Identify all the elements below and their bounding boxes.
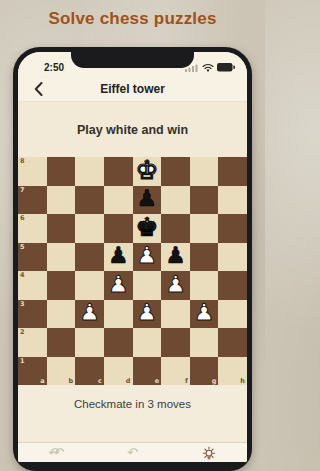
square-a4[interactable]: 4: [18, 271, 47, 300]
square-e6[interactable]: ♚: [133, 214, 162, 243]
hint-bulb-icon: [201, 445, 217, 461]
file-label-a: a: [40, 378, 44, 385]
square-f1[interactable]: f: [161, 357, 190, 386]
square-h4[interactable]: [218, 271, 247, 300]
rank-label-2: 2: [20, 329, 25, 336]
square-g8[interactable]: [190, 157, 219, 186]
square-e3[interactable]: ♟: [133, 300, 162, 329]
square-h6[interactable]: [218, 214, 247, 243]
square-h5[interactable]: [218, 243, 247, 272]
rank-label-8: 8: [20, 158, 25, 165]
back-button[interactable]: [30, 81, 46, 97]
rank-label-6: 6: [20, 215, 25, 222]
square-b3[interactable]: [47, 300, 76, 329]
instruction-area: Play white and win: [18, 102, 247, 157]
square-e2[interactable]: [133, 328, 162, 357]
rank-label-4: 4: [20, 272, 25, 279]
white-pawn[interactable]: ♟: [165, 273, 186, 296]
square-a3[interactable]: 3: [18, 300, 47, 329]
square-c3[interactable]: ♟: [75, 300, 104, 329]
square-e5[interactable]: ♟: [133, 243, 162, 272]
instruction-text: Play white and win: [77, 123, 188, 137]
black-pawn[interactable]: ♟: [165, 244, 186, 267]
square-b4[interactable]: [47, 271, 76, 300]
chess-board: 8♚7♟6♚5♟♟♟4♟♟3♟♟♟21abcdefgh: [18, 157, 247, 385]
file-label-e: e: [155, 378, 159, 385]
black-king[interactable]: ♚: [135, 214, 158, 240]
square-d5[interactable]: ♟: [104, 243, 133, 272]
undo-button[interactable]: ↶: [94, 443, 170, 462]
square-d7[interactable]: [104, 186, 133, 215]
black-pawn[interactable]: ♟: [108, 244, 129, 267]
white-pawn[interactable]: ♟: [108, 273, 129, 296]
square-h1[interactable]: h: [218, 357, 247, 386]
square-c2[interactable]: [75, 328, 104, 357]
square-e4[interactable]: [133, 271, 162, 300]
file-label-f: f: [185, 378, 188, 385]
phone-screen: 2:50: [18, 52, 247, 462]
square-e7[interactable]: ♟: [133, 186, 162, 215]
puzzle-title: Eiffel tower: [100, 82, 165, 96]
square-e1[interactable]: e: [133, 357, 162, 386]
white-pawn[interactable]: ♟: [137, 301, 158, 324]
square-a2[interactable]: 2: [18, 328, 47, 357]
square-f2[interactable]: [161, 328, 190, 357]
square-c5[interactable]: [75, 243, 104, 272]
phone-notch: [71, 52, 194, 68]
file-label-b: b: [69, 378, 74, 385]
square-g4[interactable]: [190, 271, 219, 300]
undo-all-icon: ↶↶: [48, 446, 64, 459]
square-c7[interactable]: [75, 186, 104, 215]
rank-label-3: 3: [20, 301, 25, 308]
square-h7[interactable]: [218, 186, 247, 215]
square-g6[interactable]: [190, 214, 219, 243]
rank-label-5: 5: [20, 244, 25, 251]
square-b8[interactable]: [47, 157, 76, 186]
square-d8[interactable]: [104, 157, 133, 186]
rank-label-7: 7: [20, 187, 25, 194]
battery-icon: [217, 63, 235, 72]
white-pawn[interactable]: ♟: [194, 301, 215, 324]
square-e8[interactable]: ♚: [133, 157, 162, 186]
toolbar: ↶↶ ↶: [18, 442, 247, 462]
square-d3[interactable]: [104, 300, 133, 329]
file-label-g: g: [212, 378, 217, 385]
square-f4[interactable]: ♟: [161, 271, 190, 300]
square-g3[interactable]: ♟: [190, 300, 219, 329]
status-icons: [185, 63, 235, 72]
square-f7[interactable]: [161, 186, 190, 215]
square-c1[interactable]: c: [75, 357, 104, 386]
square-g7[interactable]: [190, 186, 219, 215]
square-d1[interactable]: d: [104, 357, 133, 386]
square-a7[interactable]: 7: [18, 186, 47, 215]
square-f3[interactable]: [161, 300, 190, 329]
square-g5[interactable]: [190, 243, 219, 272]
square-g2[interactable]: [190, 328, 219, 357]
square-d4[interactable]: ♟: [104, 271, 133, 300]
file-label-d: d: [126, 378, 131, 385]
square-c6[interactable]: [75, 214, 104, 243]
white-pawn[interactable]: ♟: [79, 301, 100, 324]
undo-all-button[interactable]: ↶↶: [18, 443, 94, 462]
square-g1[interactable]: g: [190, 357, 219, 386]
rank-label-1: 1: [20, 358, 25, 365]
square-c8[interactable]: [75, 157, 104, 186]
square-b1[interactable]: b: [47, 357, 76, 386]
page-title: Solve chess puzzles: [0, 0, 265, 29]
square-f6[interactable]: [161, 214, 190, 243]
square-a1[interactable]: 1a: [18, 357, 47, 386]
phone-frame: 2:50: [13, 47, 252, 471]
file-label-h: h: [240, 378, 245, 385]
undo-icon: ↶: [127, 446, 138, 459]
status-area: Checkmate in 3 moves: [18, 385, 247, 442]
square-d2[interactable]: [104, 328, 133, 357]
goal-text: Checkmate in 3 moves: [74, 398, 191, 410]
square-c4[interactable]: [75, 271, 104, 300]
square-d6[interactable]: [104, 214, 133, 243]
square-b5[interactable]: [47, 243, 76, 272]
square-b7[interactable]: [47, 186, 76, 215]
square-a8[interactable]: 8: [18, 157, 47, 186]
square-a6[interactable]: 6: [18, 214, 47, 243]
nav-bar: Eiffel tower: [18, 76, 247, 102]
clock-time: 2:50: [44, 62, 64, 73]
wifi-icon: [202, 63, 214, 72]
file-label-c: c: [98, 378, 102, 385]
hint-button[interactable]: [171, 443, 247, 462]
white-king[interactable]: ♚: [135, 157, 158, 183]
square-a5[interactable]: 5: [18, 243, 47, 272]
square-h3[interactable]: [218, 300, 247, 329]
square-h8[interactable]: [218, 157, 247, 186]
square-f5[interactable]: ♟: [161, 243, 190, 272]
square-h2[interactable]: [218, 328, 247, 357]
square-f8[interactable]: [161, 157, 190, 186]
square-b6[interactable]: [47, 214, 76, 243]
white-pawn[interactable]: ♟: [137, 244, 158, 267]
chevron-left-icon: [34, 82, 43, 96]
square-b2[interactable]: [47, 328, 76, 357]
black-pawn[interactable]: ♟: [137, 187, 158, 210]
